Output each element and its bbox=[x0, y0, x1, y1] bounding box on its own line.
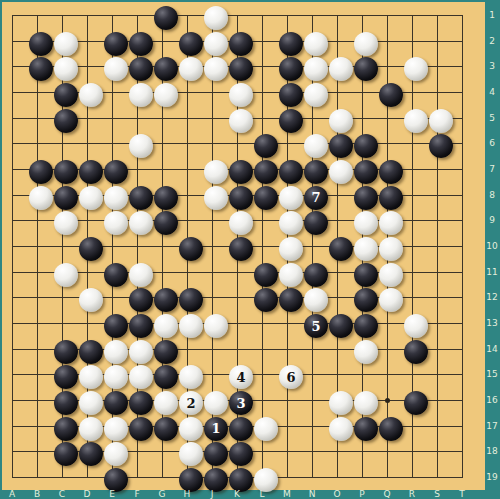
column-label: A bbox=[9, 490, 15, 499]
white-stone[interactable] bbox=[129, 134, 153, 158]
black-stone[interactable] bbox=[54, 442, 78, 466]
white-stone[interactable] bbox=[204, 160, 228, 184]
column-label: G bbox=[159, 490, 166, 499]
white-stone[interactable] bbox=[54, 57, 78, 81]
black-stone[interactable] bbox=[329, 237, 353, 261]
black-stone[interactable] bbox=[129, 186, 153, 210]
black-stone[interactable]: 1 bbox=[204, 417, 228, 441]
black-stone[interactable] bbox=[104, 263, 128, 287]
black-stone[interactable] bbox=[179, 237, 203, 261]
white-stone[interactable] bbox=[204, 32, 228, 56]
white-stone[interactable] bbox=[154, 391, 178, 415]
white-stone[interactable] bbox=[129, 263, 153, 287]
column-label: H bbox=[184, 490, 191, 499]
white-stone[interactable] bbox=[304, 134, 328, 158]
black-stone[interactable] bbox=[154, 6, 178, 30]
white-stone[interactable] bbox=[354, 391, 378, 415]
row-label: 19 bbox=[486, 473, 497, 482]
black-stone[interactable] bbox=[354, 314, 378, 338]
white-stone[interactable] bbox=[279, 263, 303, 287]
white-stone[interactable] bbox=[79, 186, 103, 210]
black-stone[interactable] bbox=[254, 134, 278, 158]
black-stone[interactable] bbox=[279, 57, 303, 81]
black-stone[interactable] bbox=[379, 417, 403, 441]
black-stone[interactable] bbox=[279, 83, 303, 107]
white-stone[interactable] bbox=[304, 32, 328, 56]
row-label: 18 bbox=[486, 447, 497, 456]
row-label: 6 bbox=[489, 139, 495, 148]
black-stone[interactable] bbox=[104, 160, 128, 184]
black-stone[interactable]: 3 bbox=[229, 391, 253, 415]
black-stone[interactable] bbox=[254, 288, 278, 312]
move-number-label: 1 bbox=[211, 422, 220, 435]
black-stone[interactable] bbox=[79, 237, 103, 261]
white-stone[interactable] bbox=[54, 32, 78, 56]
row-label: 1 bbox=[489, 11, 495, 20]
move-number-label: 6 bbox=[286, 371, 295, 384]
white-stone[interactable] bbox=[204, 314, 228, 338]
white-stone[interactable] bbox=[354, 340, 378, 364]
row-label: 11 bbox=[486, 267, 497, 276]
white-stone[interactable] bbox=[279, 237, 303, 261]
grid-line bbox=[462, 15, 463, 478]
white-stone[interactable] bbox=[54, 263, 78, 287]
black-stone[interactable] bbox=[279, 160, 303, 184]
black-stone[interactable] bbox=[154, 211, 178, 235]
black-stone[interactable] bbox=[54, 391, 78, 415]
white-stone[interactable]: 2 bbox=[179, 391, 203, 415]
go-client-window: 7546231 12345678910111213141516171819 AB… bbox=[0, 0, 500, 499]
row-label: 10 bbox=[486, 242, 497, 251]
white-stone[interactable] bbox=[104, 340, 128, 364]
column-label: Q bbox=[383, 490, 390, 499]
black-stone[interactable] bbox=[254, 160, 278, 184]
black-stone[interactable] bbox=[354, 160, 378, 184]
white-stone[interactable] bbox=[354, 32, 378, 56]
black-stone[interactable] bbox=[129, 417, 153, 441]
row-label: 4 bbox=[489, 88, 495, 97]
black-stone[interactable] bbox=[229, 160, 253, 184]
black-stone[interactable] bbox=[354, 263, 378, 287]
black-stone[interactable] bbox=[154, 340, 178, 364]
column-label: N bbox=[309, 490, 316, 499]
white-stone[interactable] bbox=[329, 57, 353, 81]
white-stone[interactable] bbox=[354, 237, 378, 261]
black-stone[interactable] bbox=[229, 417, 253, 441]
black-stone[interactable] bbox=[54, 186, 78, 210]
white-stone[interactable] bbox=[379, 237, 403, 261]
column-label: T bbox=[459, 490, 465, 499]
black-stone[interactable] bbox=[229, 237, 253, 261]
row-label: 16 bbox=[486, 396, 497, 405]
row-label: 5 bbox=[489, 113, 495, 122]
white-stone[interactable] bbox=[304, 83, 328, 107]
black-stone[interactable] bbox=[54, 109, 78, 133]
white-stone[interactable] bbox=[129, 211, 153, 235]
white-stone[interactable] bbox=[79, 417, 103, 441]
white-stone[interactable] bbox=[404, 314, 428, 338]
white-stone[interactable] bbox=[79, 83, 103, 107]
column-label: R bbox=[409, 490, 415, 499]
black-stone[interactable] bbox=[229, 32, 253, 56]
white-stone[interactable] bbox=[129, 340, 153, 364]
go-board: 7546231 bbox=[2, 2, 485, 490]
black-stone[interactable] bbox=[179, 32, 203, 56]
black-stone[interactable] bbox=[354, 57, 378, 81]
white-stone[interactable] bbox=[379, 263, 403, 287]
white-stone[interactable] bbox=[54, 211, 78, 235]
black-stone[interactable] bbox=[354, 417, 378, 441]
black-stone[interactable] bbox=[279, 288, 303, 312]
white-stone[interactable] bbox=[379, 211, 403, 235]
column-label: B bbox=[34, 490, 40, 499]
black-stone[interactable] bbox=[179, 468, 203, 492]
black-stone[interactable] bbox=[29, 57, 53, 81]
black-stone[interactable] bbox=[54, 83, 78, 107]
white-stone[interactable] bbox=[204, 391, 228, 415]
white-stone[interactable] bbox=[329, 417, 353, 441]
grid-line bbox=[437, 15, 438, 478]
black-stone[interactable] bbox=[354, 186, 378, 210]
black-stone[interactable] bbox=[104, 391, 128, 415]
row-label: 7 bbox=[489, 165, 495, 174]
black-stone[interactable] bbox=[154, 365, 178, 389]
black-stone[interactable] bbox=[154, 186, 178, 210]
column-label: J bbox=[211, 490, 214, 499]
black-stone[interactable] bbox=[429, 134, 453, 158]
row-label: 13 bbox=[486, 319, 497, 328]
row-label: 9 bbox=[489, 216, 495, 225]
white-stone[interactable] bbox=[379, 288, 403, 312]
grid-line bbox=[12, 323, 463, 324]
white-stone[interactable]: 4 bbox=[229, 365, 253, 389]
white-stone[interactable] bbox=[129, 365, 153, 389]
black-stone[interactable] bbox=[279, 32, 303, 56]
white-stone[interactable] bbox=[404, 57, 428, 81]
black-stone[interactable] bbox=[229, 57, 253, 81]
white-stone[interactable] bbox=[279, 211, 303, 235]
black-stone[interactable] bbox=[154, 288, 178, 312]
move-number-label: 7 bbox=[311, 191, 320, 204]
black-stone[interactable] bbox=[304, 263, 328, 287]
white-stone[interactable] bbox=[79, 288, 103, 312]
black-stone[interactable] bbox=[329, 134, 353, 158]
white-stone[interactable] bbox=[204, 57, 228, 81]
black-stone[interactable] bbox=[129, 288, 153, 312]
white-stone[interactable] bbox=[204, 6, 228, 30]
black-stone[interactable] bbox=[229, 442, 253, 466]
move-number-label: 4 bbox=[236, 371, 245, 384]
column-label: C bbox=[59, 490, 65, 499]
black-stone[interactable] bbox=[154, 417, 178, 441]
black-stone[interactable] bbox=[54, 340, 78, 364]
white-stone[interactable] bbox=[429, 109, 453, 133]
black-stone[interactable] bbox=[129, 314, 153, 338]
white-stone[interactable] bbox=[104, 211, 128, 235]
move-number-label: 2 bbox=[186, 397, 195, 410]
column-label: L bbox=[259, 490, 264, 499]
white-stone[interactable] bbox=[179, 57, 203, 81]
black-stone[interactable] bbox=[154, 57, 178, 81]
white-stone[interactable] bbox=[79, 365, 103, 389]
row-label: 8 bbox=[489, 190, 495, 199]
white-stone[interactable] bbox=[104, 57, 128, 81]
black-stone[interactable] bbox=[229, 186, 253, 210]
row-label: 14 bbox=[486, 344, 497, 353]
white-stone[interactable] bbox=[254, 417, 278, 441]
black-stone[interactable] bbox=[29, 32, 53, 56]
white-stone[interactable] bbox=[229, 109, 253, 133]
black-stone[interactable] bbox=[54, 365, 78, 389]
white-stone[interactable] bbox=[204, 186, 228, 210]
white-stone[interactable] bbox=[354, 211, 378, 235]
white-stone[interactable] bbox=[254, 468, 278, 492]
white-stone[interactable] bbox=[229, 211, 253, 235]
black-stone[interactable] bbox=[104, 32, 128, 56]
white-stone[interactable] bbox=[304, 288, 328, 312]
black-stone[interactable] bbox=[204, 442, 228, 466]
white-stone[interactable] bbox=[129, 83, 153, 107]
black-stone[interactable] bbox=[29, 160, 53, 184]
black-stone[interactable] bbox=[404, 391, 428, 415]
black-stone[interactable] bbox=[54, 417, 78, 441]
column-label: E bbox=[109, 490, 115, 499]
column-label: P bbox=[359, 490, 364, 499]
column-label: S bbox=[434, 490, 440, 499]
row-label: 2 bbox=[489, 36, 495, 45]
black-stone[interactable] bbox=[129, 32, 153, 56]
black-stone[interactable] bbox=[179, 288, 203, 312]
white-stone[interactable]: 6 bbox=[279, 365, 303, 389]
black-stone[interactable] bbox=[129, 57, 153, 81]
black-stone[interactable] bbox=[229, 468, 253, 492]
row-label: 3 bbox=[489, 62, 495, 71]
column-label: K bbox=[234, 490, 240, 499]
white-stone[interactable] bbox=[104, 186, 128, 210]
black-stone[interactable]: 5 bbox=[304, 314, 328, 338]
black-stone[interactable] bbox=[354, 288, 378, 312]
black-stone[interactable] bbox=[404, 340, 428, 364]
black-stone[interactable] bbox=[254, 263, 278, 287]
white-stone[interactable] bbox=[104, 417, 128, 441]
white-stone[interactable] bbox=[279, 186, 303, 210]
grid-line bbox=[262, 15, 263, 478]
white-stone[interactable] bbox=[179, 314, 203, 338]
white-stone[interactable] bbox=[329, 391, 353, 415]
black-stone[interactable] bbox=[204, 468, 228, 492]
white-stone[interactable] bbox=[179, 365, 203, 389]
black-stone[interactable] bbox=[129, 391, 153, 415]
move-number-label: 3 bbox=[236, 397, 245, 410]
white-stone[interactable] bbox=[104, 365, 128, 389]
black-stone[interactable] bbox=[379, 83, 403, 107]
black-stone[interactable]: 7 bbox=[304, 186, 328, 210]
white-stone[interactable] bbox=[179, 442, 203, 466]
white-stone[interactable] bbox=[104, 442, 128, 466]
white-stone[interactable] bbox=[79, 391, 103, 415]
white-stone[interactable] bbox=[329, 160, 353, 184]
black-stone[interactable] bbox=[304, 160, 328, 184]
black-stone[interactable] bbox=[104, 468, 128, 492]
star-point bbox=[385, 398, 390, 403]
black-stone[interactable] bbox=[354, 134, 378, 158]
black-stone[interactable] bbox=[379, 160, 403, 184]
black-stone[interactable] bbox=[79, 442, 103, 466]
column-label: M bbox=[283, 490, 291, 499]
black-stone[interactable] bbox=[329, 314, 353, 338]
white-stone[interactable] bbox=[154, 83, 178, 107]
row-label: 12 bbox=[486, 293, 497, 302]
black-stone[interactable] bbox=[79, 160, 103, 184]
move-number-label: 5 bbox=[311, 320, 320, 333]
black-stone[interactable] bbox=[104, 314, 128, 338]
white-stone[interactable] bbox=[179, 417, 203, 441]
white-stone[interactable] bbox=[404, 109, 428, 133]
white-stone[interactable] bbox=[304, 57, 328, 81]
row-label: 17 bbox=[486, 421, 497, 430]
black-stone[interactable] bbox=[279, 109, 303, 133]
row-label: 15 bbox=[486, 370, 497, 379]
white-stone[interactable] bbox=[229, 83, 253, 107]
black-stone[interactable] bbox=[254, 186, 278, 210]
column-label: D bbox=[84, 490, 91, 499]
white-stone[interactable] bbox=[154, 314, 178, 338]
white-stone[interactable] bbox=[29, 186, 53, 210]
white-stone[interactable] bbox=[329, 109, 353, 133]
black-stone[interactable] bbox=[79, 340, 103, 364]
black-stone[interactable] bbox=[54, 160, 78, 184]
black-stone[interactable] bbox=[304, 211, 328, 235]
column-label: O bbox=[333, 490, 340, 499]
column-label: F bbox=[134, 490, 139, 499]
black-stone[interactable] bbox=[379, 186, 403, 210]
